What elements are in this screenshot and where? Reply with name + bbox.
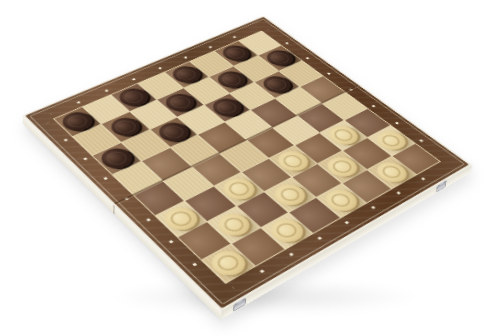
checker-light[interactable]	[159, 204, 203, 235]
square-r4c1	[113, 161, 162, 194]
square-r5c4	[220, 140, 268, 171]
frame-dots-left	[45, 122, 219, 288]
frame-dots-bottom	[231, 165, 447, 290]
checker-light[interactable]	[322, 153, 363, 180]
square-r6c1	[156, 201, 207, 237]
square-r5c2	[164, 167, 213, 200]
square-r7c5	[292, 164, 341, 197]
square-r5c1	[134, 181, 184, 215]
board-frame	[25, 17, 469, 309]
board-scene	[73, 0, 420, 313]
square-r6c4	[242, 159, 291, 191]
square-r3c1	[93, 143, 141, 175]
square-r8c7	[368, 156, 416, 188]
square-r3c2	[122, 130, 169, 161]
square-r6c3	[214, 173, 263, 206]
square-r8c5	[316, 184, 366, 218]
checker-light[interactable]	[272, 148, 313, 175]
checker-light[interactable]	[265, 215, 309, 246]
square-r7c3	[237, 192, 287, 227]
hinge-seam-side	[113, 205, 114, 214]
square-r5c3	[192, 153, 240, 185]
checker-light[interactable]	[269, 180, 312, 209]
square-r7c4	[265, 178, 315, 212]
square-r4c3	[171, 135, 219, 166]
square-r4c2	[142, 148, 190, 180]
square-r8c4	[289, 198, 339, 233]
game-board	[22, 15, 472, 311]
checker-dark[interactable]	[96, 145, 137, 172]
checker-light[interactable]	[218, 175, 260, 204]
square-r7c6	[318, 151, 366, 183]
checker-light[interactable]	[371, 159, 412, 186]
square-r2c1	[73, 125, 120, 155]
square-r6c5	[269, 146, 317, 177]
checker-light[interactable]	[320, 186, 363, 215]
square-r7c1	[178, 222, 230, 259]
checker-light[interactable]	[212, 209, 256, 240]
checker-light[interactable]	[206, 247, 252, 280]
square-r7c2	[208, 207, 259, 243]
product-photo	[0, 0, 500, 336]
board-grid	[53, 31, 441, 284]
square-r8c6	[342, 170, 391, 203]
square-r8c2	[232, 228, 284, 265]
square-r6c2	[186, 187, 236, 221]
square-r8c3	[261, 213, 312, 249]
square-r8c1	[202, 244, 255, 283]
